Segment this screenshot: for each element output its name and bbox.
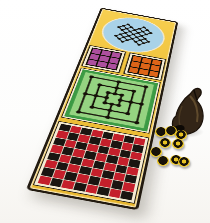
ttt-cell: [149, 71, 159, 77]
checker-piece: [172, 139, 184, 149]
nine-mens-morris-board: [62, 68, 160, 133]
ttt-cell: [87, 59, 97, 65]
checker-piece: [178, 157, 190, 167]
checkers-board: [34, 122, 148, 203]
tic-tac-toe-board-purple: [85, 47, 122, 70]
checker-square: [109, 188, 122, 198]
tic-tac-toe-board-orange: [127, 55, 162, 78]
game-rug: [26, 8, 178, 211]
checker-piece: [159, 138, 171, 148]
ttt-cell: [139, 69, 149, 75]
morris-diagram: [64, 69, 158, 131]
ttt-cell: [129, 67, 139, 73]
checker-piece: [157, 156, 169, 166]
checker-square: [121, 191, 134, 201]
ttt-cell: [107, 63, 117, 69]
ttt-cell: [97, 61, 107, 67]
scene: [0, 0, 210, 223]
